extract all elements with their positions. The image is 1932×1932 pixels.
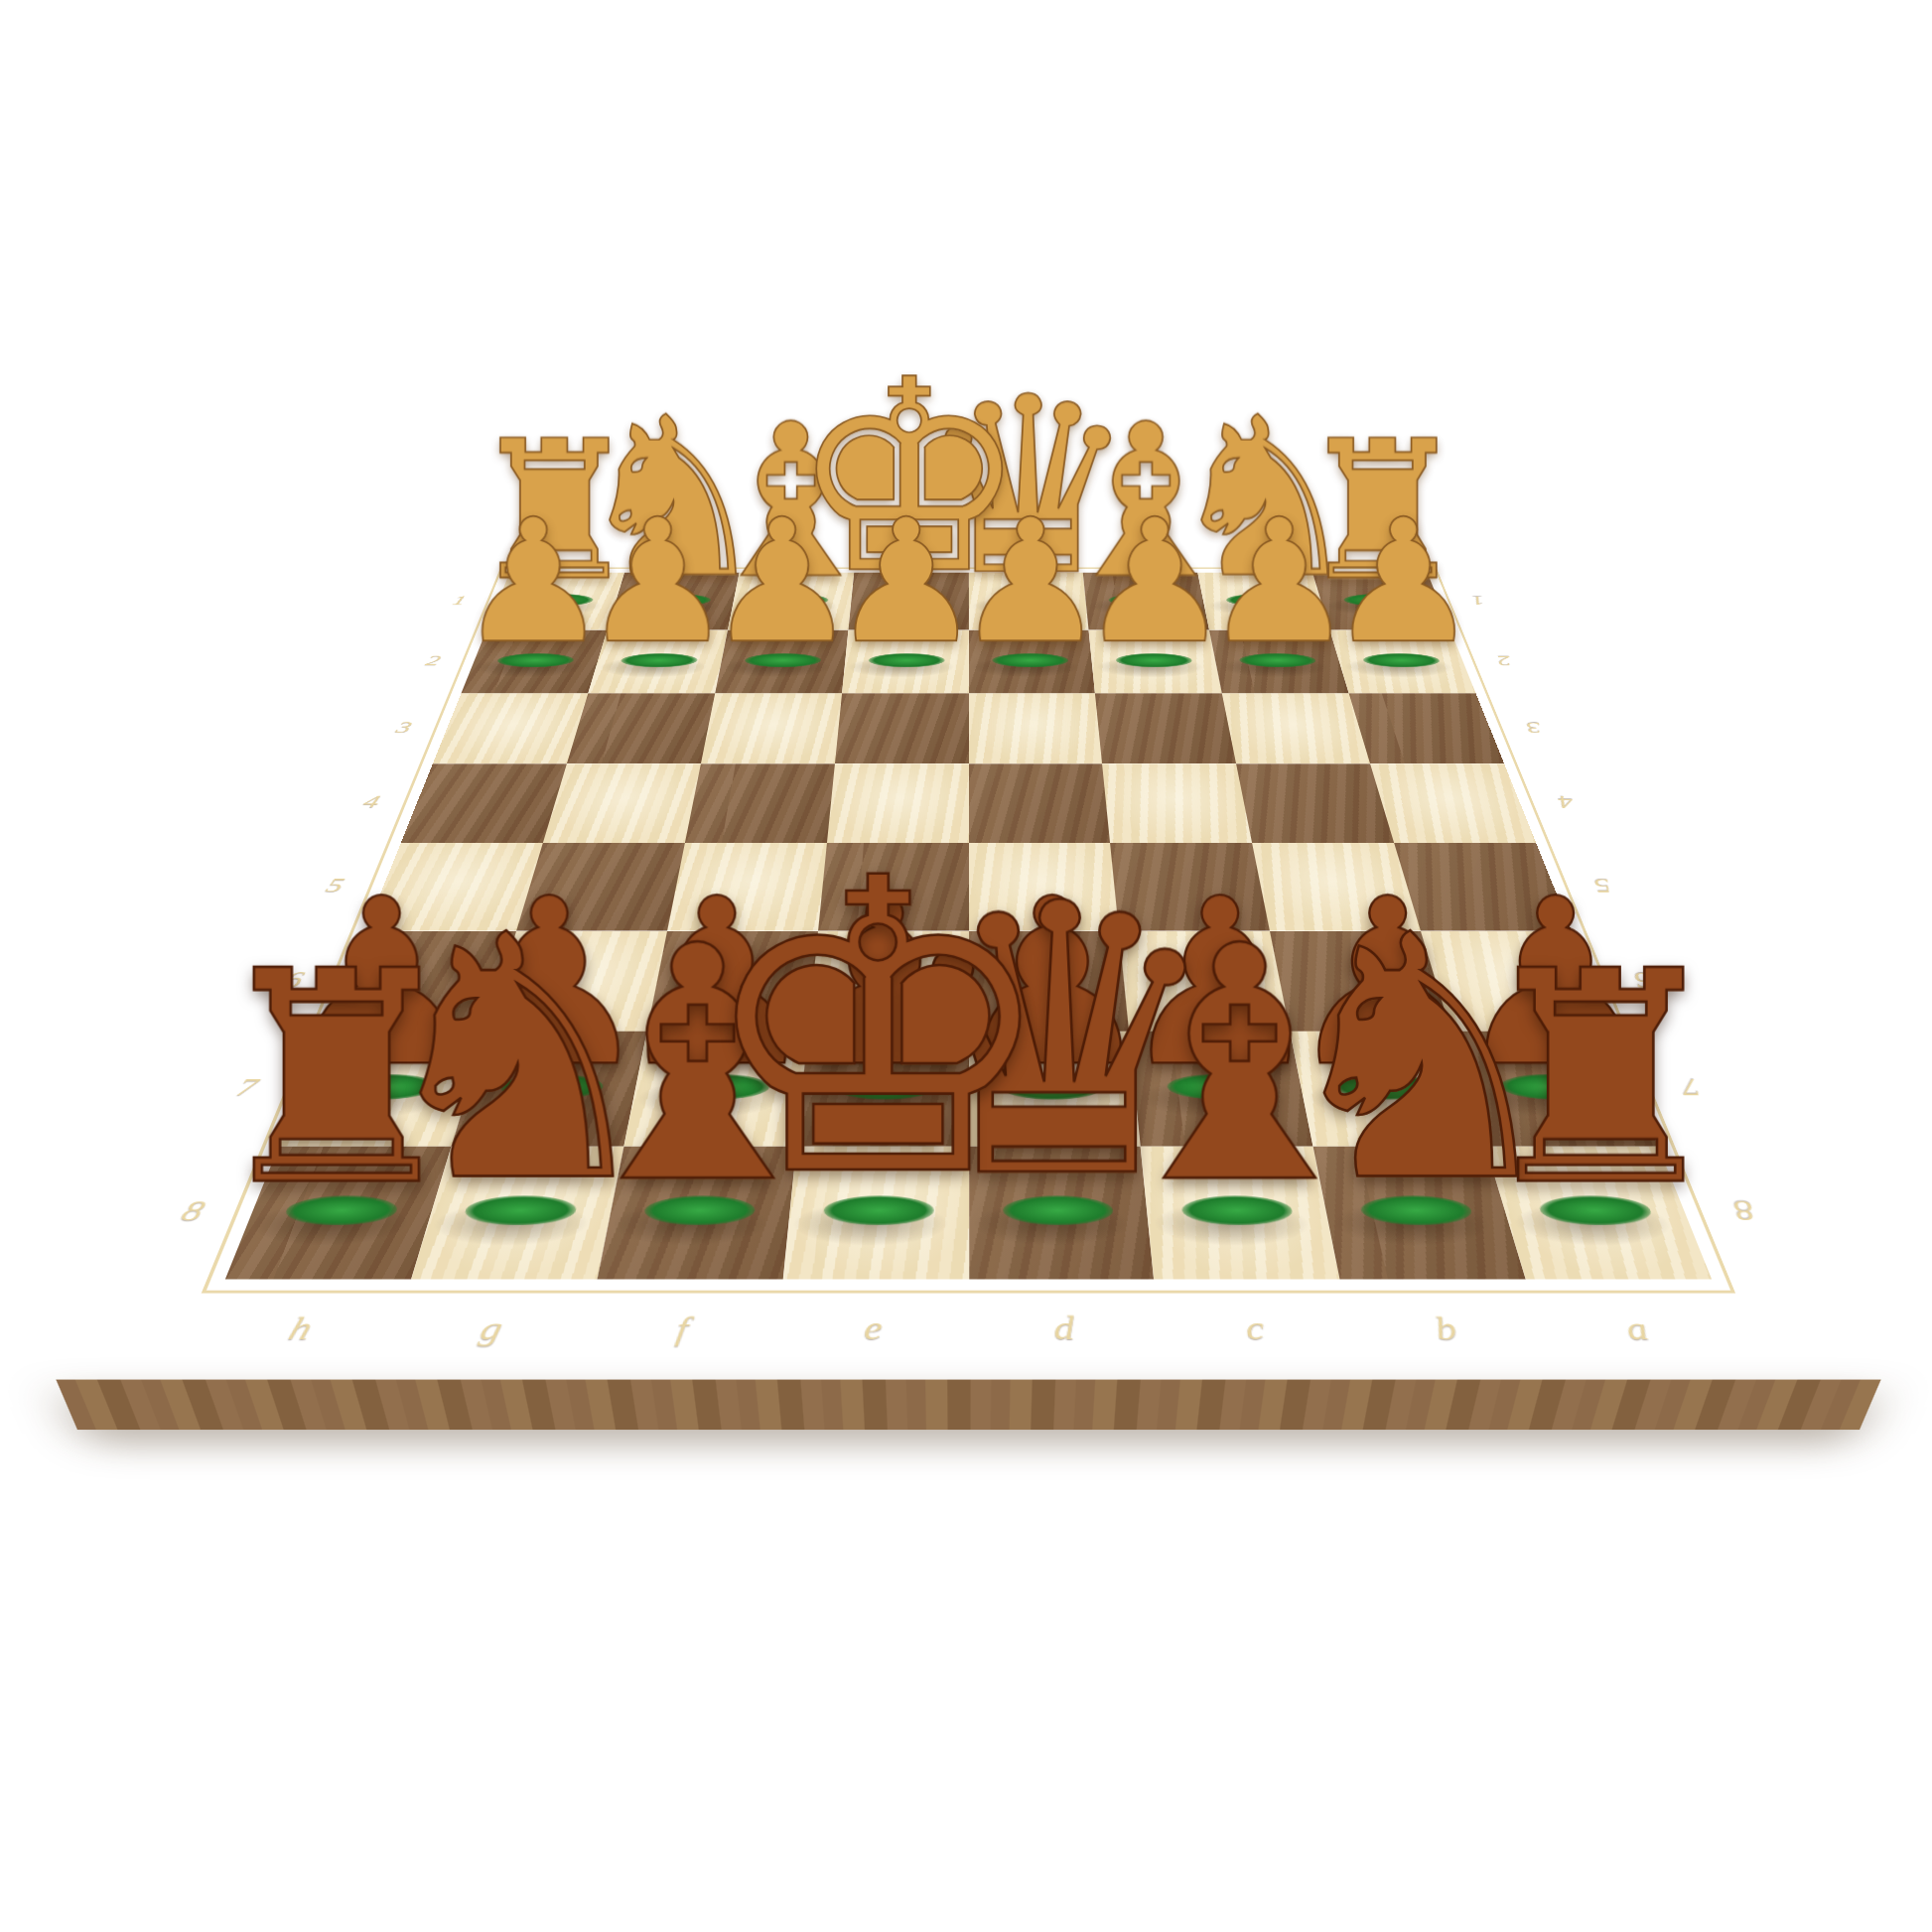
file-label-f: f [649,1306,715,1352]
square-b8[interactable]: ♞ [1313,1147,1526,1280]
piece-black-king[interactable]: ♚ [696,826,1059,1231]
file-label-h: h [263,1306,339,1352]
square-f2[interactable]: ♟ [715,630,848,694]
square-b3[interactable] [1222,693,1370,763]
board-scene: ♜♞♝♚♛♝♞♜♟♟♟♟♟♟♟♟♟♟♟♟♟♟♟♟♜♞♝♚♛♝♞♜ 1122334… [307,181,1630,1504]
rank-label-right-3: 3 [1508,717,1558,739]
chess-board: ♜♞♝♚♛♝♞♜♟♟♟♟♟♟♟♟♟♟♟♟♟♟♟♟♜♞♝♚♛♝♞♜ 1122334… [55,537,1882,1379]
square-c3[interactable] [1095,693,1236,763]
square-e8[interactable]: ♚ [782,1147,968,1280]
piece-black-knight[interactable]: ♞ [366,892,668,1228]
square-d3[interactable] [969,693,1103,763]
rank-label-right-2: 2 [1480,651,1527,671]
piece-white-pawn[interactable]: ♟ [1326,496,1479,667]
photo-stage: ♜♞♝♚♛♝♞♜♟♟♟♟♟♟♟♟♟♟♟♟♟♟♟♟♜♞♝♚♛♝♞♜ 1122334… [0,0,1932,1932]
rank-label-left-2: 2 [410,651,457,671]
square-e2[interactable]: ♟ [842,630,969,694]
file-label-b: b [1411,1306,1481,1352]
playing-field: ♜♞♝♚♛♝♞♜♟♟♟♟♟♟♟♟♟♟♟♟♟♟♟♟♜♞♝♚♛♝♞♜ [225,573,1712,1280]
square-e3[interactable] [835,693,969,763]
file-label-d: d [1034,1306,1095,1352]
board-grid: ♜♞♝♚♛♝♞♜♟♟♟♟♟♟♟♟♟♟♟♟♟♟♟♟♜♞♝♚♛♝♞♜ [225,573,1712,1280]
square-a3[interactable] [1349,693,1504,763]
file-label-e: e [842,1306,903,1352]
square-d2[interactable]: ♟ [969,630,1096,694]
rank-label-left-4: 4 [345,790,397,814]
file-label-c: c [1222,1306,1288,1352]
square-b4[interactable] [1236,763,1394,842]
square-g8[interactable]: ♞ [411,1147,623,1280]
square-f3[interactable] [701,693,842,763]
square-a4[interactable] [1370,763,1536,842]
piece-black-knight[interactable]: ♞ [1270,892,1572,1228]
file-label-a: a [1599,1306,1675,1352]
rank-label-left-3: 3 [379,717,429,739]
square-g3[interactable] [567,693,715,763]
rank-label-right-4: 4 [1539,790,1591,814]
board-side-bevel [56,1380,1880,1431]
file-label-g: g [456,1306,526,1352]
square-a2[interactable]: ♟ [1330,630,1476,694]
square-h3[interactable] [433,693,588,763]
square-h4[interactable] [401,763,567,842]
square-g4[interactable] [543,763,701,842]
